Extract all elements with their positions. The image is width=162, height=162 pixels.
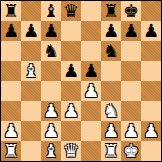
square-f1[interactable]: ♜ <box>101 141 121 161</box>
black-knight-piece: ♞ <box>43 41 59 61</box>
white-pawn-piece: ♟ <box>123 121 139 141</box>
square-c8[interactable]: ♝ <box>41 1 61 21</box>
square-a8[interactable]: ♜ <box>1 1 21 21</box>
square-a6[interactable] <box>1 41 21 61</box>
square-f8[interactable]: ♜ <box>101 1 121 21</box>
black-pawn-piece: ♟ <box>63 61 79 81</box>
white-pawn-piece: ♟ <box>103 121 119 141</box>
white-rook-piece: ♜ <box>103 141 119 161</box>
square-a2[interactable]: ♟ <box>1 121 21 141</box>
square-h3[interactable] <box>141 101 161 121</box>
black-pawn-piece: ♟ <box>3 21 19 41</box>
black-king-piece: ♚ <box>123 1 139 21</box>
square-d6[interactable] <box>61 41 81 61</box>
square-f3[interactable]: ♞ <box>101 101 121 121</box>
square-e8[interactable] <box>81 1 101 21</box>
black-rook-piece: ♜ <box>3 1 19 21</box>
square-f5[interactable] <box>101 61 121 81</box>
chess-board: ♜♝♛♜♚♟♟♟♟♟♟♞♞♝♟♟♟♟♟♞♟♟♟♟♟♜♝♛♜♚ <box>0 0 162 162</box>
black-pawn-piece: ♟ <box>23 21 39 41</box>
square-h4[interactable] <box>141 81 161 101</box>
black-queen-piece: ♛ <box>63 1 79 21</box>
square-f4[interactable] <box>101 81 121 101</box>
black-pawn-piece: ♟ <box>123 21 139 41</box>
square-c3[interactable]: ♟ <box>41 101 61 121</box>
square-b3[interactable] <box>21 101 41 121</box>
square-b2[interactable] <box>21 121 41 141</box>
square-c2[interactable]: ♟ <box>41 121 61 141</box>
black-pawn-piece: ♟ <box>83 61 99 81</box>
square-a1[interactable]: ♜ <box>1 141 21 161</box>
white-pawn-piece: ♟ <box>43 101 59 121</box>
white-bishop-piece: ♝ <box>23 61 39 81</box>
square-g4[interactable] <box>121 81 141 101</box>
square-g2[interactable]: ♟ <box>121 121 141 141</box>
black-knight-piece: ♞ <box>103 41 119 61</box>
square-e2[interactable] <box>81 121 101 141</box>
square-h1[interactable] <box>141 141 161 161</box>
square-b7[interactable]: ♟ <box>21 21 41 41</box>
white-bishop-piece: ♝ <box>43 141 59 161</box>
white-pawn-piece: ♟ <box>3 121 19 141</box>
white-pawn-piece: ♟ <box>143 121 159 141</box>
square-d8[interactable]: ♛ <box>61 1 81 21</box>
white-knight-piece: ♞ <box>103 101 119 121</box>
square-e7[interactable] <box>81 21 101 41</box>
square-e1[interactable] <box>81 141 101 161</box>
white-rook-piece: ♜ <box>3 141 19 161</box>
square-h8[interactable] <box>141 1 161 21</box>
square-g5[interactable] <box>121 61 141 81</box>
square-g3[interactable] <box>121 101 141 121</box>
white-pawn-piece: ♟ <box>83 81 99 101</box>
square-d4[interactable] <box>61 81 81 101</box>
square-d7[interactable] <box>61 21 81 41</box>
square-b4[interactable] <box>21 81 41 101</box>
square-f6[interactable]: ♞ <box>101 41 121 61</box>
square-b6[interactable] <box>21 41 41 61</box>
square-e5[interactable]: ♟ <box>81 61 101 81</box>
white-pawn-piece: ♟ <box>43 121 59 141</box>
square-g6[interactable] <box>121 41 141 61</box>
square-a4[interactable] <box>1 81 21 101</box>
square-b8[interactable] <box>21 1 41 21</box>
square-g8[interactable]: ♚ <box>121 1 141 21</box>
square-c7[interactable]: ♟ <box>41 21 61 41</box>
square-h6[interactable] <box>141 41 161 61</box>
black-bishop-piece: ♝ <box>43 1 59 21</box>
square-c5[interactable] <box>41 61 61 81</box>
square-b1[interactable] <box>21 141 41 161</box>
square-e3[interactable] <box>81 101 101 121</box>
white-queen-piece: ♛ <box>63 141 79 161</box>
square-d1[interactable]: ♛ <box>61 141 81 161</box>
black-pawn-piece: ♟ <box>43 21 59 41</box>
square-h7[interactable]: ♟ <box>141 21 161 41</box>
square-g1[interactable]: ♚ <box>121 141 141 161</box>
black-pawn-piece: ♟ <box>103 21 119 41</box>
square-a5[interactable] <box>1 61 21 81</box>
square-e6[interactable] <box>81 41 101 61</box>
white-pawn-piece: ♟ <box>63 101 79 121</box>
square-c6[interactable]: ♞ <box>41 41 61 61</box>
black-rook-piece: ♜ <box>103 1 119 21</box>
square-f2[interactable]: ♟ <box>101 121 121 141</box>
square-d3[interactable]: ♟ <box>61 101 81 121</box>
square-h5[interactable] <box>141 61 161 81</box>
square-d5[interactable]: ♟ <box>61 61 81 81</box>
white-king-piece: ♚ <box>123 141 139 161</box>
chess-board-container: ♜♝♛♜♚♟♟♟♟♟♟♞♞♝♟♟♟♟♟♞♟♟♟♟♟♜♝♛♜♚ <box>0 0 162 162</box>
square-c1[interactable]: ♝ <box>41 141 61 161</box>
square-h2[interactable]: ♟ <box>141 121 161 141</box>
square-c4[interactable] <box>41 81 61 101</box>
black-pawn-piece: ♟ <box>143 21 159 41</box>
square-a7[interactable]: ♟ <box>1 21 21 41</box>
square-f7[interactable]: ♟ <box>101 21 121 41</box>
square-e4[interactable]: ♟ <box>81 81 101 101</box>
square-g7[interactable]: ♟ <box>121 21 141 41</box>
square-a3[interactable] <box>1 101 21 121</box>
square-b5[interactable]: ♝ <box>21 61 41 81</box>
square-d2[interactable] <box>61 121 81 141</box>
